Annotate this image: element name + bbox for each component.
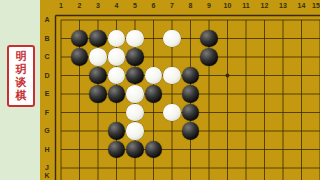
- intersection-5D[interactable]: [126, 66, 145, 85]
- intersection-8D[interactable]: [181, 66, 200, 85]
- intersection-15J[interactable]: [311, 159, 320, 178]
- intersection-9E[interactable]: [200, 85, 219, 104]
- intersection-3B[interactable]: [89, 29, 108, 48]
- black-stone: [71, 30, 89, 48]
- intersection-13C[interactable]: [274, 48, 293, 67]
- white-stone: [163, 30, 181, 48]
- intersection-4F[interactable]: [107, 103, 126, 122]
- intersection-9K[interactable]: [200, 177, 219, 180]
- intersection-8K[interactable]: [181, 177, 200, 180]
- intersection-3C[interactable]: [89, 48, 108, 67]
- intersection-13F[interactable]: [274, 103, 293, 122]
- intersection-5A[interactable]: [126, 11, 145, 30]
- intersection-8G[interactable]: [181, 122, 200, 141]
- intersection-4A[interactable]: [107, 11, 126, 30]
- column-label: 12: [258, 2, 272, 9]
- intersection-7K[interactable]: [163, 177, 182, 180]
- black-stone: [182, 85, 200, 103]
- intersection-6C[interactable]: [144, 48, 163, 67]
- column-label: 9: [202, 2, 216, 9]
- intersection-7D[interactable]: [163, 66, 182, 85]
- intersection-8A[interactable]: [181, 11, 200, 30]
- column-label: 11: [239, 2, 253, 9]
- intersection-12D[interactable]: [255, 66, 274, 85]
- intersection-15D[interactable]: [311, 66, 320, 85]
- column-label: 4: [110, 2, 124, 9]
- intersection-7J[interactable]: [163, 159, 182, 178]
- intersection-12E[interactable]: [255, 85, 274, 104]
- intersection-11F[interactable]: [237, 103, 256, 122]
- intersection-12B[interactable]: [255, 29, 274, 48]
- intersection-9J[interactable]: [200, 159, 219, 178]
- intersection-6H[interactable]: [144, 140, 163, 159]
- intersection-5H[interactable]: [126, 140, 145, 159]
- intersection-1B[interactable]: [52, 29, 71, 48]
- intersection-1K[interactable]: [52, 177, 71, 180]
- intersection-3D[interactable]: [89, 66, 108, 85]
- sidebar: 明玥谈棋: [0, 0, 40, 180]
- intersection-4C[interactable]: [107, 48, 126, 67]
- black-stone: [145, 85, 163, 103]
- intersection-9D[interactable]: [200, 66, 219, 85]
- white-stone: [126, 122, 144, 140]
- intersection-10B[interactable]: [218, 29, 237, 48]
- column-label: 10: [221, 2, 235, 9]
- intersection-5B[interactable]: [126, 29, 145, 48]
- row-label: D: [42, 72, 52, 79]
- intersection-15G[interactable]: [311, 122, 320, 141]
- black-stone: [108, 141, 126, 159]
- channel-name-char: 玥: [16, 63, 27, 76]
- intersection-14K[interactable]: [292, 177, 311, 180]
- intersection-10K[interactable]: [218, 177, 237, 180]
- intersection-1H[interactable]: [52, 140, 71, 159]
- intersection-15A[interactable]: [311, 11, 320, 30]
- intersection-6K[interactable]: [144, 177, 163, 180]
- intersection-11B[interactable]: [237, 29, 256, 48]
- intersection-10H[interactable]: [218, 140, 237, 159]
- intersection-2F[interactable]: [70, 103, 89, 122]
- column-label: 5: [128, 2, 142, 9]
- intersection-14A[interactable]: [292, 11, 311, 30]
- intersection-9B[interactable]: [200, 29, 219, 48]
- intersection-2B[interactable]: [70, 29, 89, 48]
- intersection-9A[interactable]: [200, 11, 219, 30]
- intersection-4D[interactable]: [107, 66, 126, 85]
- intersection-14E[interactable]: [292, 85, 311, 104]
- row-label: F: [42, 109, 52, 116]
- black-stone: [126, 141, 144, 159]
- intersection-9F[interactable]: [200, 103, 219, 122]
- intersection-11C[interactable]: [237, 48, 256, 67]
- intersection-15B[interactable]: [311, 29, 320, 48]
- intersection-5E[interactable]: [126, 85, 145, 104]
- column-label: 8: [184, 2, 198, 9]
- black-stone: [182, 104, 200, 122]
- intersection-8E[interactable]: [181, 85, 200, 104]
- intersection-5G[interactable]: [126, 122, 145, 141]
- intersection-13G[interactable]: [274, 122, 293, 141]
- black-stone: [71, 48, 89, 66]
- white-stone: [126, 104, 144, 122]
- intersection-9H[interactable]: [200, 140, 219, 159]
- intersection-5C[interactable]: [126, 48, 145, 67]
- black-stone: [126, 67, 144, 85]
- intersection-14H[interactable]: [292, 140, 311, 159]
- intersection-7E[interactable]: [163, 85, 182, 104]
- intersection-12H[interactable]: [255, 140, 274, 159]
- intersection-2D[interactable]: [70, 66, 89, 85]
- black-stone: [89, 85, 107, 103]
- white-stone: [163, 67, 181, 85]
- intersection-14J[interactable]: [292, 159, 311, 178]
- column-label: 6: [147, 2, 161, 9]
- white-stone: [108, 67, 126, 85]
- intersection-14G[interactable]: [292, 122, 311, 141]
- go-board: 123456789101112131415 ABCDEFGHJK: [40, 0, 320, 180]
- intersection-1G[interactable]: [52, 122, 71, 141]
- video-frame: 明玥谈棋 123456789101112131415 ABCDEFGHJK: [0, 0, 320, 180]
- intersection-6D[interactable]: [144, 66, 163, 85]
- intersection-15F[interactable]: [311, 103, 320, 122]
- intersection-2K[interactable]: [70, 177, 89, 180]
- intersection-14B[interactable]: [292, 29, 311, 48]
- intersection-11J[interactable]: [237, 159, 256, 178]
- intersection-10C[interactable]: [218, 48, 237, 67]
- black-stone: [182, 67, 200, 85]
- intersection-7F[interactable]: [163, 103, 182, 122]
- intersection-10A[interactable]: [218, 11, 237, 30]
- intersection-10F[interactable]: [218, 103, 237, 122]
- intersection-12J[interactable]: [255, 159, 274, 178]
- intersection-15H[interactable]: [311, 140, 320, 159]
- intersection-1F[interactable]: [52, 103, 71, 122]
- intersection-2C[interactable]: [70, 48, 89, 67]
- black-stone: [108, 85, 126, 103]
- intersection-3G[interactable]: [89, 122, 108, 141]
- intersection-15K[interactable]: [311, 177, 320, 180]
- intersection-13K[interactable]: [274, 177, 293, 180]
- black-stone: [89, 67, 107, 85]
- intersection-8B[interactable]: [181, 29, 200, 48]
- intersection-5K[interactable]: [126, 177, 145, 180]
- intersection-7G[interactable]: [163, 122, 182, 141]
- intersection-10D[interactable]: [218, 66, 237, 85]
- intersection-2A[interactable]: [70, 11, 89, 30]
- intersection-6B[interactable]: [144, 29, 163, 48]
- row-label: E: [42, 90, 52, 97]
- intersection-6G[interactable]: [144, 122, 163, 141]
- white-stone: [163, 104, 181, 122]
- intersection-1A[interactable]: [52, 11, 71, 30]
- intersection-6A[interactable]: [144, 11, 163, 30]
- intersection-8F[interactable]: [181, 103, 200, 122]
- row-label: K: [42, 172, 52, 179]
- intersection-9G[interactable]: [200, 122, 219, 141]
- intersection-2J[interactable]: [70, 159, 89, 178]
- white-stone: [145, 67, 163, 85]
- intersection-11E[interactable]: [237, 85, 256, 104]
- intersection-15E[interactable]: [311, 85, 320, 104]
- channel-name-char: 明: [16, 50, 27, 63]
- intersection-1C[interactable]: [52, 48, 71, 67]
- row-label: C: [42, 53, 52, 60]
- intersection-14C[interactable]: [292, 48, 311, 67]
- channel-name-box: 明玥谈棋: [7, 45, 35, 107]
- intersection-4J[interactable]: [107, 159, 126, 178]
- column-label: 3: [91, 2, 105, 9]
- column-label: 2: [73, 2, 87, 9]
- intersection-8J[interactable]: [181, 159, 200, 178]
- intersection-6F[interactable]: [144, 103, 163, 122]
- intersection-10E[interactable]: [218, 85, 237, 104]
- intersection-11D[interactable]: [237, 66, 256, 85]
- channel-name-char: 棋: [16, 89, 27, 102]
- board-intersections: [52, 11, 320, 180]
- intersection-13D[interactable]: [274, 66, 293, 85]
- intersection-1E[interactable]: [52, 85, 71, 104]
- column-label: 7: [165, 2, 179, 9]
- intersection-7C[interactable]: [163, 48, 182, 67]
- intersection-2G[interactable]: [70, 122, 89, 141]
- intersection-14D[interactable]: [292, 66, 311, 85]
- column-label: 13: [276, 2, 290, 9]
- intersection-12K[interactable]: [255, 177, 274, 180]
- intersection-11G[interactable]: [237, 122, 256, 141]
- intersection-14F[interactable]: [292, 103, 311, 122]
- intersection-3F[interactable]: [89, 103, 108, 122]
- row-label: G: [42, 127, 52, 134]
- intersection-3E[interactable]: [89, 85, 108, 104]
- row-label: A: [42, 16, 52, 23]
- intersection-4G[interactable]: [107, 122, 126, 141]
- intersection-4B[interactable]: [107, 29, 126, 48]
- intersection-10J[interactable]: [218, 159, 237, 178]
- intersection-7H[interactable]: [163, 140, 182, 159]
- intersection-7A[interactable]: [163, 11, 182, 30]
- white-stone: [126, 30, 144, 48]
- intersection-3J[interactable]: [89, 159, 108, 178]
- black-stone: [126, 48, 144, 66]
- row-label: B: [42, 35, 52, 42]
- intersection-5J[interactable]: [126, 159, 145, 178]
- intersection-1D[interactable]: [52, 66, 71, 85]
- intersection-13J[interactable]: [274, 159, 293, 178]
- intersection-2E[interactable]: [70, 85, 89, 104]
- row-label: H: [42, 146, 52, 153]
- intersection-7B[interactable]: [163, 29, 182, 48]
- black-stone: [182, 122, 200, 140]
- intersection-9C[interactable]: [200, 48, 219, 67]
- intersection-12G[interactable]: [255, 122, 274, 141]
- intersection-10G[interactable]: [218, 122, 237, 141]
- black-stone: [89, 30, 107, 48]
- intersection-3H[interactable]: [89, 140, 108, 159]
- black-stone: [108, 122, 126, 140]
- intersection-12F[interactable]: [255, 103, 274, 122]
- white-stone: [108, 48, 126, 66]
- row-label: J: [42, 164, 52, 171]
- intersection-11K[interactable]: [237, 177, 256, 180]
- intersection-11A[interactable]: [237, 11, 256, 30]
- intersection-11H[interactable]: [237, 140, 256, 159]
- intersection-13E[interactable]: [274, 85, 293, 104]
- intersection-12A[interactable]: [255, 11, 274, 30]
- intersection-8C[interactable]: [181, 48, 200, 67]
- intersection-1J[interactable]: [52, 159, 71, 178]
- column-label: 14: [295, 2, 309, 9]
- intersection-13A[interactable]: [274, 11, 293, 30]
- intersection-8H[interactable]: [181, 140, 200, 159]
- intersection-4H[interactable]: [107, 140, 126, 159]
- intersection-3A[interactable]: [89, 11, 108, 30]
- column-label: 15: [309, 2, 320, 9]
- column-label: 1: [54, 2, 68, 9]
- intersection-6J[interactable]: [144, 159, 163, 178]
- intersection-2H[interactable]: [70, 140, 89, 159]
- black-stone: [145, 141, 163, 159]
- black-stone: [200, 48, 218, 66]
- channel-name: 明玥谈棋: [16, 50, 27, 102]
- intersection-13H[interactable]: [274, 140, 293, 159]
- intersection-15C[interactable]: [311, 48, 320, 67]
- intersection-6E[interactable]: [144, 85, 163, 104]
- channel-name-char: 谈: [16, 76, 27, 89]
- white-stone: [108, 30, 126, 48]
- white-stone: [89, 48, 107, 66]
- white-stone: [126, 85, 144, 103]
- intersection-3K[interactable]: [89, 177, 108, 180]
- intersection-13B[interactable]: [274, 29, 293, 48]
- black-stone: [200, 30, 218, 48]
- intersection-12C[interactable]: [255, 48, 274, 67]
- intersection-4K[interactable]: [107, 177, 126, 180]
- intersection-5F[interactable]: [126, 103, 145, 122]
- intersection-4E[interactable]: [107, 85, 126, 104]
